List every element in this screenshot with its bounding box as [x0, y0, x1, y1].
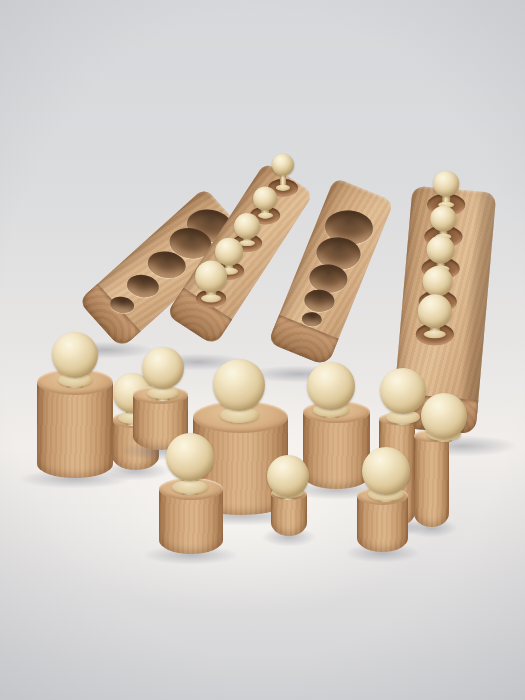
knobbed-cylinder-8-knob-ball [362, 447, 410, 495]
knobbed-cylinder-8 [0, 0, 525, 700]
photo-montessori-knobbed-cylinder-blocks [0, 0, 525, 700]
cylinders-layer [0, 0, 525, 700]
